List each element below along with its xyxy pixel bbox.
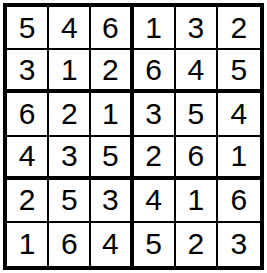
cell-r6c4[interactable]: 5	[134, 223, 176, 266]
cell-r2c6[interactable]: 5	[218, 50, 260, 93]
cell-r2c2[interactable]: 1	[49, 50, 91, 93]
cell-r6c1[interactable]: 1	[7, 223, 49, 266]
cell-r3c3[interactable]: 1	[91, 93, 133, 136]
cell-r6c2[interactable]: 6	[49, 223, 91, 266]
cell-r1c4[interactable]: 1	[134, 7, 176, 50]
cell-r3c5[interactable]: 5	[176, 93, 218, 136]
cell-r5c4[interactable]: 4	[134, 180, 176, 223]
cell-r2c1[interactable]: 3	[7, 50, 49, 93]
cell-r2c3[interactable]: 2	[91, 50, 133, 93]
cell-r2c4[interactable]: 6	[134, 50, 176, 93]
cell-r1c5[interactable]: 3	[176, 7, 218, 50]
cell-r3c6[interactable]: 4	[218, 93, 260, 136]
board-margin: 5 4 6 1 3 2 3 1 2 6 4 5 6 2 1 3 5 4 4 3 …	[0, 0, 267, 273]
cell-r3c4[interactable]: 3	[134, 93, 176, 136]
cell-r5c5[interactable]: 1	[176, 180, 218, 223]
cell-r1c3[interactable]: 6	[91, 7, 133, 50]
cell-r5c3[interactable]: 3	[91, 180, 133, 223]
cell-r1c1[interactable]: 5	[7, 7, 49, 50]
cell-r4c6[interactable]: 1	[218, 137, 260, 180]
cell-r6c5[interactable]: 2	[176, 223, 218, 266]
cell-r6c6[interactable]: 3	[218, 223, 260, 266]
cell-r6c3[interactable]: 4	[91, 223, 133, 266]
cell-r1c2[interactable]: 4	[49, 7, 91, 50]
cell-r3c1[interactable]: 6	[7, 93, 49, 136]
cell-r3c2[interactable]: 2	[49, 93, 91, 136]
sudoku-board: 5 4 6 1 3 2 3 1 2 6 4 5 6 2 1 3 5 4 4 3 …	[3, 3, 264, 270]
cell-r5c2[interactable]: 5	[49, 180, 91, 223]
cell-r1c6[interactable]: 2	[218, 7, 260, 50]
cell-r5c6[interactable]: 6	[218, 180, 260, 223]
cell-r4c5[interactable]: 6	[176, 137, 218, 180]
cell-r5c1[interactable]: 2	[7, 180, 49, 223]
cell-r4c4[interactable]: 2	[134, 137, 176, 180]
cell-r2c5[interactable]: 4	[176, 50, 218, 93]
cell-r4c2[interactable]: 3	[49, 137, 91, 180]
cell-r4c1[interactable]: 4	[7, 137, 49, 180]
cell-r4c3[interactable]: 5	[91, 137, 133, 180]
